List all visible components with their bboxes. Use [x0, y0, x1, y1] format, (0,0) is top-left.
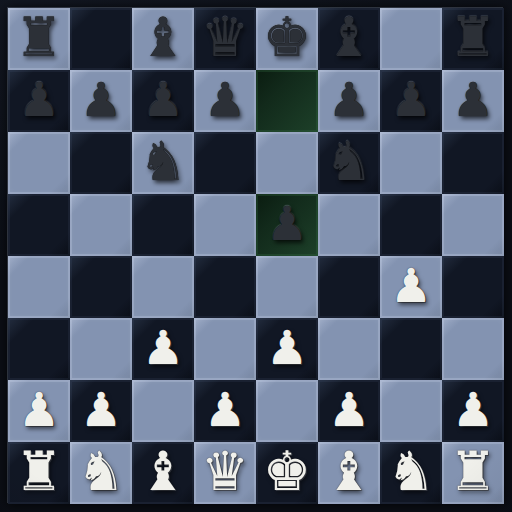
square-h7[interactable]: ♟ — [442, 70, 504, 132]
square-d6[interactable] — [194, 132, 256, 194]
black-pawn[interactable]: ♟ — [80, 69, 122, 131]
square-b5[interactable] — [70, 194, 132, 256]
white-king[interactable]: ♚ — [263, 441, 311, 503]
square-e7[interactable] — [256, 70, 318, 132]
square-d8[interactable]: ♛ — [194, 8, 256, 70]
square-f2[interactable]: ♟ — [318, 380, 380, 442]
square-g6[interactable] — [380, 132, 442, 194]
black-rook[interactable]: ♜ — [15, 7, 63, 69]
square-d4[interactable] — [194, 256, 256, 318]
square-d1[interactable]: ♛ — [194, 442, 256, 504]
square-e4[interactable] — [256, 256, 318, 318]
square-a5[interactable] — [8, 194, 70, 256]
square-c2[interactable] — [132, 380, 194, 442]
square-e6[interactable] — [256, 132, 318, 194]
white-pawn[interactable]: ♟ — [18, 379, 60, 441]
square-g4[interactable]: ♟ — [380, 256, 442, 318]
black-knight[interactable]: ♞ — [325, 131, 373, 193]
black-bishop[interactable]: ♝ — [325, 7, 373, 69]
white-pawn[interactable]: ♟ — [80, 379, 122, 441]
white-bishop[interactable]: ♝ — [325, 441, 373, 503]
square-a6[interactable] — [8, 132, 70, 194]
square-e2[interactable] — [256, 380, 318, 442]
square-h5[interactable] — [442, 194, 504, 256]
square-d7[interactable]: ♟ — [194, 70, 256, 132]
square-b4[interactable] — [70, 256, 132, 318]
square-b1[interactable]: ♞ — [70, 442, 132, 504]
black-pawn[interactable]: ♟ — [266, 193, 308, 255]
square-e8[interactable]: ♚ — [256, 8, 318, 70]
black-pawn[interactable]: ♟ — [18, 69, 60, 131]
square-c7[interactable]: ♟ — [132, 70, 194, 132]
square-g7[interactable]: ♟ — [380, 70, 442, 132]
black-rook[interactable]: ♜ — [449, 7, 497, 69]
square-h1[interactable]: ♜ — [442, 442, 504, 504]
white-queen[interactable]: ♛ — [201, 441, 249, 503]
square-g2[interactable] — [380, 380, 442, 442]
square-f7[interactable]: ♟ — [318, 70, 380, 132]
black-knight[interactable]: ♞ — [139, 131, 187, 193]
square-f8[interactable]: ♝ — [318, 8, 380, 70]
square-c8[interactable]: ♝ — [132, 8, 194, 70]
square-f3[interactable] — [318, 318, 380, 380]
square-a3[interactable] — [8, 318, 70, 380]
square-a1[interactable]: ♜ — [8, 442, 70, 504]
square-b3[interactable] — [70, 318, 132, 380]
square-g8[interactable] — [380, 8, 442, 70]
square-h3[interactable] — [442, 318, 504, 380]
black-pawn[interactable]: ♟ — [390, 69, 432, 131]
square-f5[interactable] — [318, 194, 380, 256]
square-h2[interactable]: ♟ — [442, 380, 504, 442]
square-g5[interactable] — [380, 194, 442, 256]
white-knight[interactable]: ♞ — [77, 441, 125, 503]
white-pawn[interactable]: ♟ — [266, 317, 308, 379]
square-d2[interactable]: ♟ — [194, 380, 256, 442]
white-pawn[interactable]: ♟ — [142, 317, 184, 379]
chess-app: ♜♝♛♚♝♜♟♟♟♟♟♟♟♞♞♟♟♟♟♟♟♟♟♟♜♞♝♛♚♝♞♜ — [0, 0, 512, 512]
square-c5[interactable] — [132, 194, 194, 256]
square-d3[interactable] — [194, 318, 256, 380]
square-b8[interactable] — [70, 8, 132, 70]
square-h6[interactable] — [442, 132, 504, 194]
white-rook[interactable]: ♜ — [449, 441, 497, 503]
square-f6[interactable]: ♞ — [318, 132, 380, 194]
square-a2[interactable]: ♟ — [8, 380, 70, 442]
square-a8[interactable]: ♜ — [8, 8, 70, 70]
square-c1[interactable]: ♝ — [132, 442, 194, 504]
square-g3[interactable] — [380, 318, 442, 380]
square-h8[interactable]: ♜ — [442, 8, 504, 70]
black-bishop[interactable]: ♝ — [139, 7, 187, 69]
black-pawn[interactable]: ♟ — [328, 69, 370, 131]
black-pawn[interactable]: ♟ — [204, 69, 246, 131]
white-pawn[interactable]: ♟ — [204, 379, 246, 441]
square-e3[interactable]: ♟ — [256, 318, 318, 380]
white-pawn[interactable]: ♟ — [452, 379, 494, 441]
chess-board: ♜♝♛♚♝♜♟♟♟♟♟♟♟♞♞♟♟♟♟♟♟♟♟♟♜♞♝♛♚♝♞♜ — [8, 8, 504, 504]
square-c4[interactable] — [132, 256, 194, 318]
white-pawn[interactable]: ♟ — [328, 379, 370, 441]
black-king[interactable]: ♚ — [263, 7, 311, 69]
square-g1[interactable]: ♞ — [380, 442, 442, 504]
square-f1[interactable]: ♝ — [318, 442, 380, 504]
square-e1[interactable]: ♚ — [256, 442, 318, 504]
square-d5[interactable] — [194, 194, 256, 256]
white-pawn[interactable]: ♟ — [390, 255, 432, 317]
square-f4[interactable] — [318, 256, 380, 318]
black-queen[interactable]: ♛ — [201, 7, 249, 69]
square-b7[interactable]: ♟ — [70, 70, 132, 132]
square-c3[interactable]: ♟ — [132, 318, 194, 380]
square-b2[interactable]: ♟ — [70, 380, 132, 442]
square-h4[interactable] — [442, 256, 504, 318]
black-pawn[interactable]: ♟ — [452, 69, 494, 131]
square-a7[interactable]: ♟ — [8, 70, 70, 132]
square-c6[interactable]: ♞ — [132, 132, 194, 194]
square-e5[interactable]: ♟ — [256, 194, 318, 256]
white-bishop[interactable]: ♝ — [139, 441, 187, 503]
square-a4[interactable] — [8, 256, 70, 318]
white-rook[interactable]: ♜ — [15, 441, 63, 503]
white-knight[interactable]: ♞ — [387, 441, 435, 503]
black-pawn[interactable]: ♟ — [142, 69, 184, 131]
square-b6[interactable] — [70, 132, 132, 194]
